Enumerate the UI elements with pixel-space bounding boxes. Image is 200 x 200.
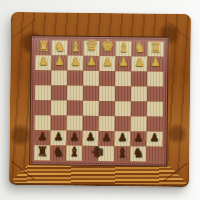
square-a1[interactable]: ♜ <box>34 145 50 160</box>
gold-bishop-c8[interactable]: ♝ <box>68 39 84 54</box>
square-b7[interactable]: ♟ <box>51 55 67 70</box>
square-h1[interactable] <box>146 147 162 162</box>
dark-pawn-a2[interactable]: ♟ <box>34 129 50 144</box>
square-h2[interactable]: ♟ <box>146 132 162 147</box>
square-c7[interactable]: ♟ <box>67 56 83 71</box>
dark-knight-g1[interactable]: ♞ <box>130 145 146 160</box>
square-g1[interactable]: ♞ <box>130 146 146 161</box>
square-h6[interactable] <box>147 72 163 87</box>
square-f7[interactable]: ♟ <box>115 56 131 71</box>
dark-pawn-h2[interactable]: ♟ <box>146 130 162 145</box>
gold-pawn-b7[interactable]: ♟ <box>51 54 67 69</box>
gold-knight-g8[interactable]: ♞ <box>132 40 148 55</box>
square-b5[interactable] <box>51 85 67 100</box>
gold-queen-d8[interactable]: ♛ <box>84 38 100 53</box>
dark-bishop-c1[interactable]: ♝ <box>66 144 82 159</box>
gold-pawn-e7[interactable]: ♟ <box>99 54 115 69</box>
photo-background: ♜♞♝♛♚♝♞♜♟♟♟♟♟♟♟♟♟♟♟♟♟♟♟♟♜♞♝♝♞♚ <box>0 0 200 200</box>
gold-pawn-h7[interactable]: ♟ <box>147 55 163 70</box>
square-c1[interactable]: ♝ <box>66 146 82 161</box>
square-b6[interactable] <box>51 70 67 85</box>
gold-bishop-f8[interactable]: ♝ <box>116 40 132 55</box>
board-inlay-border: ♜♞♝♛♚♝♞♜♟♟♟♟♟♟♟♟♟♟♟♟♟♟♟♟♜♞♝♝♞♚ <box>30 36 168 166</box>
square-a6[interactable] <box>35 70 51 85</box>
gold-rook-h8[interactable]: ♜ <box>148 40 164 55</box>
square-d7[interactable]: ♟ <box>83 56 99 71</box>
dark-knight-b1[interactable]: ♞ <box>50 144 66 159</box>
square-c5[interactable] <box>67 86 83 101</box>
square-b4[interactable] <box>51 100 67 115</box>
gold-pawn-a7[interactable]: ♟ <box>35 54 51 69</box>
square-e6[interactable] <box>99 71 115 86</box>
square-a4[interactable] <box>35 100 51 115</box>
square-f4[interactable] <box>115 101 131 116</box>
square-d4[interactable] <box>83 101 99 116</box>
gold-rook-a8[interactable]: ♜ <box>36 39 52 54</box>
square-f5[interactable] <box>115 86 131 101</box>
square-e5[interactable] <box>99 86 115 101</box>
square-g4[interactable] <box>131 101 147 116</box>
dark-bishop-f1[interactable]: ♝ <box>114 145 130 160</box>
square-f6[interactable] <box>115 71 131 86</box>
gold-pawn-f7[interactable]: ♟ <box>115 55 131 70</box>
gold-pawn-c7[interactable]: ♟ <box>67 54 83 69</box>
square-f1[interactable]: ♝ <box>114 146 130 161</box>
square-b1[interactable]: ♞ <box>50 145 66 160</box>
square-c4[interactable] <box>67 101 83 116</box>
square-h7[interactable]: ♟ <box>147 57 163 72</box>
square-a7[interactable]: ♟ <box>35 55 51 70</box>
gold-pawn-d7[interactable]: ♟ <box>83 54 99 69</box>
square-c6[interactable] <box>67 71 83 86</box>
dark-rook-a1[interactable]: ♜ <box>34 144 50 159</box>
square-a5[interactable] <box>35 85 51 100</box>
square-h5[interactable] <box>147 87 163 102</box>
square-g5[interactable] <box>131 86 147 101</box>
dark-pawn-c2[interactable]: ♟ <box>66 129 82 144</box>
square-h4[interactable] <box>147 102 163 117</box>
board-grid: ♜♞♝♛♚♝♞♜♟♟♟♟♟♟♟♟♟♟♟♟♟♟♟♟♜♞♝♝♞♚ <box>34 40 163 162</box>
dark-pawn-g2[interactable]: ♟ <box>130 130 146 145</box>
square-e4[interactable] <box>99 101 115 116</box>
dark-pawn-b2[interactable]: ♟ <box>50 129 66 144</box>
gold-king-e8[interactable]: ♚ <box>100 38 116 53</box>
square-d5[interactable] <box>83 86 99 101</box>
chessboard: ♜♞♝♛♚♝♞♜♟♟♟♟♟♟♟♟♟♟♟♟♟♟♟♟♜♞♝♝♞♚ <box>9 12 191 187</box>
dark-pawn-f2[interactable]: ♟ <box>114 130 130 145</box>
frame-miter-joint <box>166 20 189 40</box>
square-g6[interactable] <box>131 71 147 86</box>
fallen-dark-king[interactable]: ♚ <box>91 136 106 168</box>
gold-pawn-g7[interactable]: ♟ <box>131 55 147 70</box>
square-d6[interactable] <box>83 71 99 86</box>
square-e7[interactable]: ♟ <box>99 56 115 71</box>
gold-knight-b8[interactable]: ♞ <box>52 39 68 54</box>
square-g7[interactable]: ♟ <box>131 56 147 71</box>
